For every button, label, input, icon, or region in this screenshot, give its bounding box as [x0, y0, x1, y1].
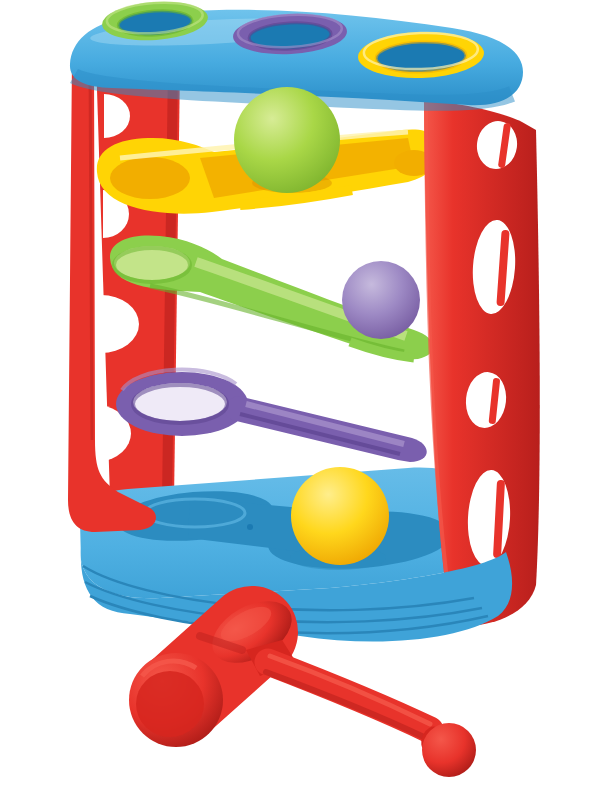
frame-right-panel [424, 100, 540, 626]
yellow-ball [291, 467, 389, 565]
hammer-front-head-face [136, 671, 204, 737]
toy-illustration [0, 0, 592, 789]
yellow-ramp-left-bowl [110, 157, 190, 199]
base-peg-hole [247, 524, 253, 530]
left-post-edge-shade [90, 62, 92, 440]
purple-ball [342, 261, 420, 339]
product-photo [0, 0, 592, 789]
green-ball [234, 87, 340, 193]
hammer-knob [422, 723, 476, 777]
